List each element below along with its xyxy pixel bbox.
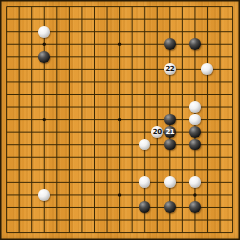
stone-black-O16[interactable] — [164, 38, 176, 50]
stone-white-D17[interactable] — [38, 26, 50, 38]
stone-white-M5[interactable] — [139, 176, 151, 188]
stone-white-O5[interactable] — [164, 176, 176, 188]
stone-black-Q3[interactable] — [189, 201, 201, 213]
stone-white-Q5[interactable] — [189, 176, 201, 188]
stone-white-M8[interactable] — [139, 139, 151, 151]
stone-white-D4[interactable] — [38, 189, 50, 201]
stone-black-O3[interactable] — [164, 201, 176, 213]
stone-black-D15[interactable] — [38, 51, 50, 63]
stone-white-R14[interactable] — [201, 63, 213, 75]
stone-black-O8[interactable] — [164, 139, 176, 151]
move-number-label: 21 — [164, 126, 176, 138]
stone-black-M3[interactable] — [139, 201, 151, 213]
screenshot: 222021 — [0, 0, 240, 240]
stone-white-Q11[interactable] — [189, 101, 201, 113]
stone-black-Q16[interactable] — [189, 38, 201, 50]
stone-black-Q9[interactable] — [189, 126, 201, 138]
stone-white-Q10[interactable] — [189, 114, 201, 126]
move-number-label: 22 — [164, 63, 176, 75]
stones-layer: 222021 — [0, 0, 238, 238]
stone-black-O10[interactable] — [164, 114, 176, 126]
stone-black-Q8[interactable] — [189, 139, 201, 151]
stone-black-O9[interactable]: 21 — [164, 126, 176, 138]
go-board[interactable]: 222021 — [0, 0, 240, 240]
stone-white-N9[interactable]: 20 — [151, 126, 163, 138]
stone-white-O14[interactable]: 22 — [164, 63, 176, 75]
move-number-label: 20 — [151, 126, 163, 138]
